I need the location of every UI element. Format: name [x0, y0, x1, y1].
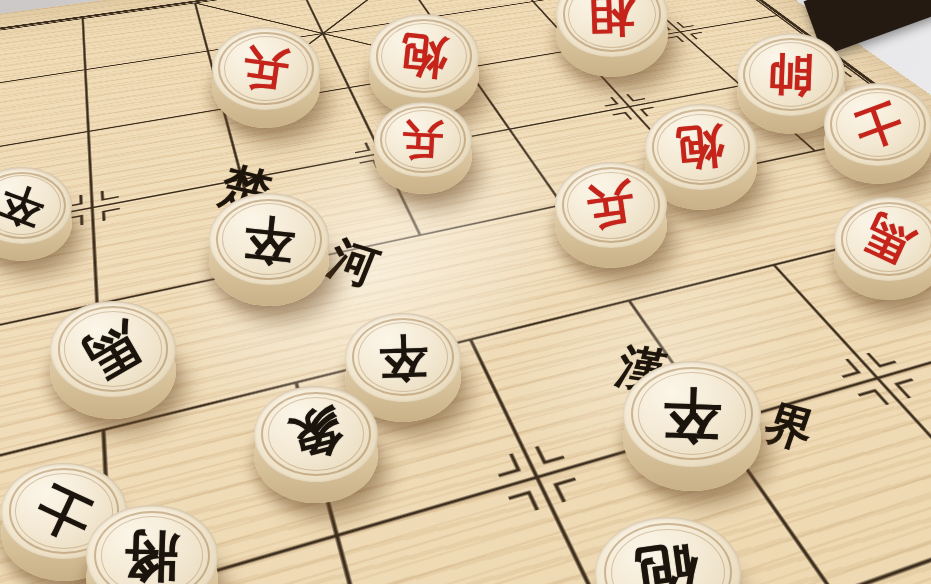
piece-character: 馬 [77, 313, 149, 385]
red-soldier-e[interactable]: 兵 [555, 162, 667, 270]
black-elephant[interactable]: 象 [254, 386, 378, 505]
piece-face: 將 [86, 505, 218, 584]
piece-face: 卒 [209, 193, 329, 285]
piece-face: 炮 [369, 14, 479, 98]
piece-character: 卒 [0, 178, 49, 232]
piece-face: 象 [254, 386, 378, 481]
piece-face: 兵 [374, 102, 472, 177]
black-soldier-edge[interactable]: 卒 [0, 167, 72, 263]
piece-character: 卒 [662, 384, 722, 444]
piece-face: 卒 [623, 361, 761, 467]
piece-face: 士 [824, 83, 931, 166]
piece-character: 卒 [378, 332, 428, 382]
piece-face: 馬 [50, 301, 176, 398]
red-elephant-left[interactable]: 相 [556, 0, 668, 79]
black-horse[interactable]: 馬 [50, 301, 176, 422]
black-soldier-a[interactable]: 卒 [209, 193, 329, 308]
piece-character: 炮 [399, 31, 450, 82]
piece-character: 士 [849, 95, 907, 153]
red-soldier-c[interactable]: 兵 [374, 102, 472, 196]
red-advisor[interactable]: 士 [824, 83, 931, 187]
piece-character: 兵 [401, 118, 444, 161]
black-soldier-e[interactable]: 卒 [623, 361, 761, 493]
piece-character: 將 [123, 527, 180, 584]
xiangqi-photo-scene: 楚 河 漢 界 相 炮 兵 帥 士 兵 [0, 0, 931, 584]
piece-face: 兵 [212, 27, 320, 110]
red-soldier-a[interactable]: 兵 [212, 27, 320, 131]
black-cannon[interactable]: 砲 [595, 517, 741, 584]
piece-face: 兵 [555, 162, 667, 248]
piece-character: 炮 [676, 122, 727, 173]
piece-character: 砲 [633, 538, 702, 584]
piece-character: 兵 [584, 179, 637, 232]
piece-character: 象 [284, 402, 348, 466]
piece-character: 兵 [240, 43, 291, 94]
piece-face: 砲 [595, 517, 741, 584]
red-horse[interactable]: 馬 [834, 197, 931, 303]
piece-character: 卒 [241, 211, 296, 266]
piece-character: 相 [588, 0, 637, 39]
black-general[interactable]: 將 [86, 505, 218, 584]
piece-character: 帥 [768, 51, 815, 98]
piece-character: 馬 [858, 209, 919, 270]
